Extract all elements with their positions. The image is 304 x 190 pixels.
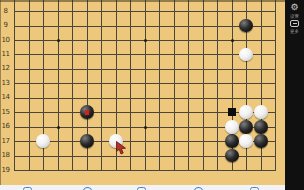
black-stone	[80, 134, 94, 148]
row-label-15: 15	[0, 108, 11, 117]
white-stone	[36, 134, 50, 148]
grid-line-horizontal	[14, 170, 276, 171]
star-point	[144, 39, 147, 42]
row-label-9: 9	[0, 21, 11, 30]
row-label-10: 10	[0, 36, 11, 45]
white-stone	[239, 105, 253, 119]
row-label-13: 13	[0, 79, 11, 88]
settings-label: 设置	[286, 13, 303, 18]
black-stone	[254, 134, 268, 148]
row-label-14: 14	[0, 93, 11, 102]
black-stone	[225, 134, 239, 148]
square-marker	[228, 108, 236, 116]
gear-icon: ⚙	[285, 3, 304, 12]
row-label-12: 12	[0, 64, 11, 73]
more-label: 更多	[286, 28, 303, 33]
black-stone	[239, 120, 253, 134]
grid-line-horizontal	[14, 112, 276, 113]
bottom-toolbar	[0, 185, 285, 190]
row-label-19: 19	[0, 166, 11, 175]
more-button[interactable]: 更多	[285, 20, 304, 34]
star-point	[57, 126, 60, 129]
black-stone	[225, 149, 239, 163]
grid-line-horizontal	[14, 98, 276, 99]
row-label-17: 17	[0, 137, 11, 146]
toolbar-icon-3[interactable]	[137, 187, 146, 190]
grid-line-horizontal	[14, 54, 276, 55]
toolbar-icon-2[interactable]	[83, 187, 92, 190]
star-point	[231, 39, 234, 42]
app-window: 78910111213141516171819 ⚙ 设置 更多	[0, 0, 304, 190]
grid-line-horizontal	[14, 26, 276, 27]
more-icon	[290, 20, 299, 27]
white-stone	[239, 48, 253, 62]
grid-line-horizontal	[14, 11, 276, 12]
mouse-cursor-icon	[116, 141, 127, 155]
black-stone	[254, 120, 268, 134]
row-label-11: 11	[0, 50, 11, 59]
right-sidebar: ⚙ 设置 更多	[285, 0, 304, 190]
white-stone	[225, 120, 239, 134]
board-left-edge	[0, 0, 1, 185]
toolbar-icon-1[interactable]	[23, 187, 32, 190]
black-stone	[239, 19, 253, 33]
grid-line-horizontal	[14, 69, 276, 70]
toolbar-icon-4[interactable]	[194, 187, 203, 190]
star-point	[144, 126, 147, 129]
board-top-edge	[0, 0, 285, 2]
white-stone	[239, 134, 253, 148]
last-move-marker	[85, 110, 90, 115]
grid-line-horizontal	[14, 83, 276, 84]
settings-button[interactable]: ⚙ 设置	[285, 3, 304, 19]
row-label-8: 8	[0, 7, 11, 16]
star-point	[57, 39, 60, 42]
go-board[interactable]: 78910111213141516171819	[0, 0, 285, 185]
row-label-18: 18	[0, 151, 11, 160]
row-label-16: 16	[0, 122, 11, 131]
toolbar-icon-5[interactable]	[250, 187, 259, 190]
white-stone	[254, 105, 268, 119]
